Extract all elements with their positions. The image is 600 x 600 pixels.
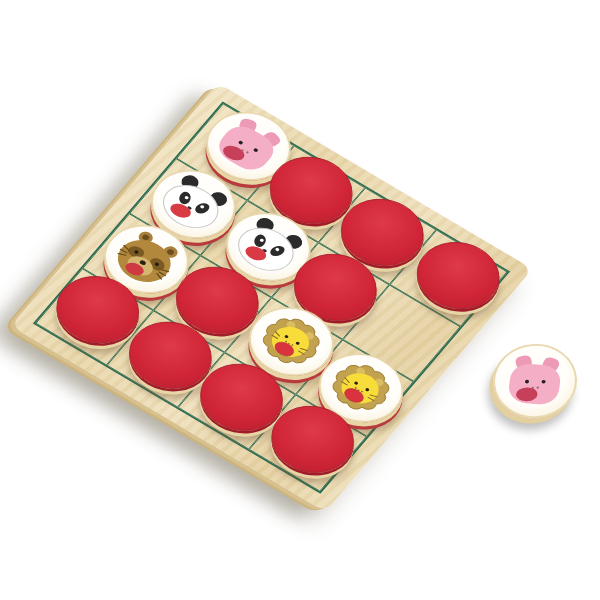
pig-face-icon <box>495 346 575 415</box>
off-board-disc-pig[interactable] <box>490 341 580 422</box>
photo-scene <box>0 0 600 600</box>
board-grid <box>33 101 510 493</box>
game-board <box>11 83 533 512</box>
